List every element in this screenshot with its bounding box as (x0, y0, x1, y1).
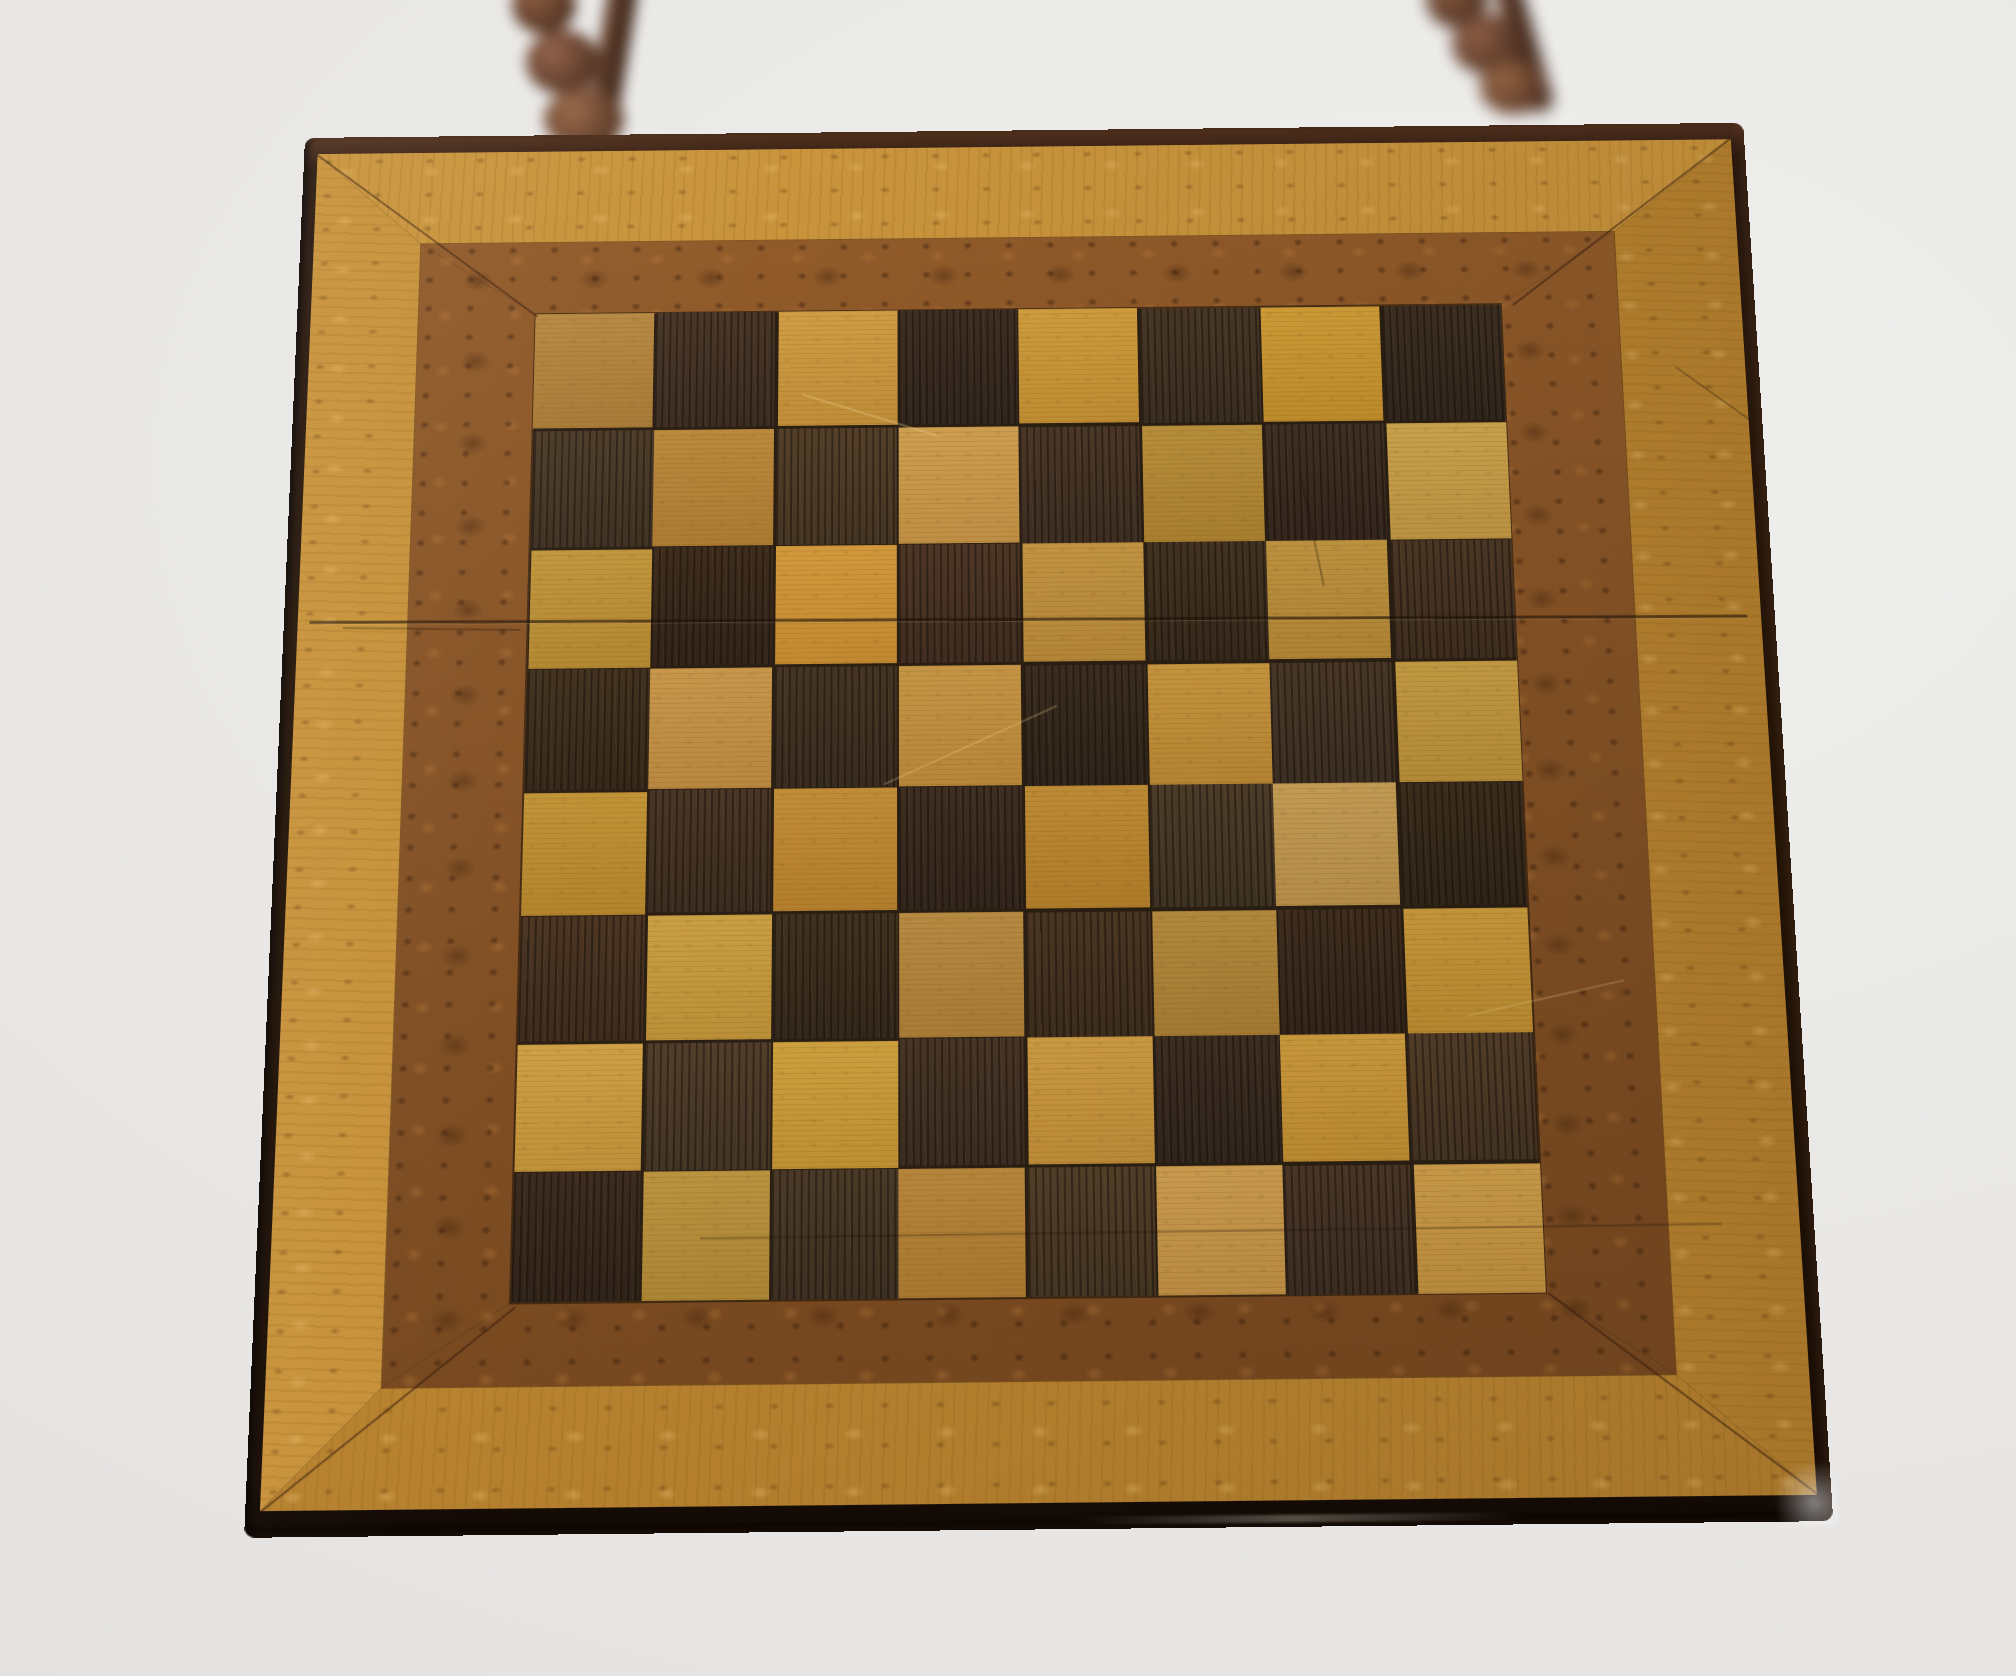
board-square-e3-dark-empty (1026, 911, 1152, 1037)
board-square-c7-dark-empty (776, 428, 897, 546)
board-square-d6-dark-empty (899, 544, 1021, 664)
board-square-h6-dark-empty (1391, 539, 1517, 659)
board-square-h2-dark-empty (1407, 1032, 1538, 1160)
board-square-a2-light-empty (514, 1044, 642, 1172)
board-square-f6-dark-empty (1145, 541, 1269, 661)
board-square-h7-light-empty (1386, 422, 1511, 540)
board-square-e2-light-empty (1027, 1036, 1155, 1164)
board-square-f8-dark-empty (1140, 308, 1262, 424)
board-square-e7-dark-empty (1019, 426, 1141, 544)
board-square-b8-dark-empty (654, 312, 775, 428)
board-square-a5-dark-empty (525, 669, 650, 791)
board-square-e5-dark-empty (1024, 664, 1148, 786)
board-square-c3-dark-empty (773, 913, 898, 1039)
board-square-g4-light-empty (1273, 782, 1400, 906)
board-square-h8-dark-empty (1382, 305, 1506, 420)
board-square-e6-light-empty (1022, 542, 1145, 662)
board-square-a4-light-empty (521, 792, 647, 916)
board-square-d3-light-empty (899, 912, 1024, 1038)
board-square-d4-dark-empty (899, 786, 1023, 910)
board-square-a3-dark-empty (518, 916, 645, 1042)
board-square-h5-light-empty (1395, 661, 1522, 783)
board-square-a8-light-empty (533, 313, 655, 429)
board-square-d7-light-empty (899, 426, 1020, 544)
board-square-c5-dark-empty (774, 666, 897, 788)
board-square-b7-light-empty (652, 429, 774, 547)
board-square-b5-light-empty (648, 667, 772, 789)
board-square-c6-light-empty (775, 545, 897, 665)
table-leg-blurred-right (1424, 0, 1584, 130)
board-square-f5-light-empty (1148, 663, 1273, 785)
leg-turning-ball (1480, 60, 1546, 114)
board-square-d2-dark-empty (898, 1037, 1024, 1165)
board-square-g8-light-empty (1260, 306, 1383, 422)
board-square-d8-dark-empty (899, 309, 1019, 425)
checkerboard (511, 305, 1545, 1302)
bottom-edge-gloss-glint (1070, 1512, 1523, 1524)
board-square-h4-dark-empty (1399, 782, 1528, 906)
table-leg-blurred-left (498, 0, 668, 156)
board-square-g6-light-empty (1266, 540, 1391, 660)
board-square-f2-dark-empty (1154, 1035, 1283, 1163)
board-square-b4-dark-empty (646, 789, 771, 913)
board-square-b3-light-empty (646, 914, 772, 1040)
board-square-g7-dark-empty (1264, 423, 1388, 541)
board-square-c4-light-empty (773, 787, 897, 911)
board-square-f3-light-empty (1152, 910, 1279, 1036)
board-square-a7-dark-empty (532, 430, 655, 548)
board-square-f4-dark-empty (1150, 784, 1276, 908)
board-square-g2-light-empty (1280, 1033, 1410, 1161)
leg-turning-ball (512, 0, 576, 34)
games-table-top (244, 123, 1833, 1538)
board-square-b6-dark-empty (650, 546, 773, 666)
leg-turning-ball (526, 30, 600, 94)
board-square-g3-dark-empty (1276, 909, 1405, 1035)
bottom-right-corner-glint (1766, 1455, 1838, 1526)
board-square-a1-dark-empty (511, 1172, 641, 1303)
board-square-c8-light-empty (778, 310, 898, 426)
board-square-c2-light-empty (772, 1041, 898, 1169)
board-square-a6-light-empty (528, 549, 652, 669)
board-square-b2-dark-empty (644, 1042, 771, 1170)
photo-of-games-table: { "scene": { "subject": "overhead photog… (0, 0, 2016, 1676)
board-square-e8-light-empty (1018, 308, 1139, 424)
board-square-g5-dark-empty (1269, 662, 1395, 784)
board-square-f7-light-empty (1142, 425, 1265, 543)
board-square-e4-light-empty (1025, 785, 1150, 909)
